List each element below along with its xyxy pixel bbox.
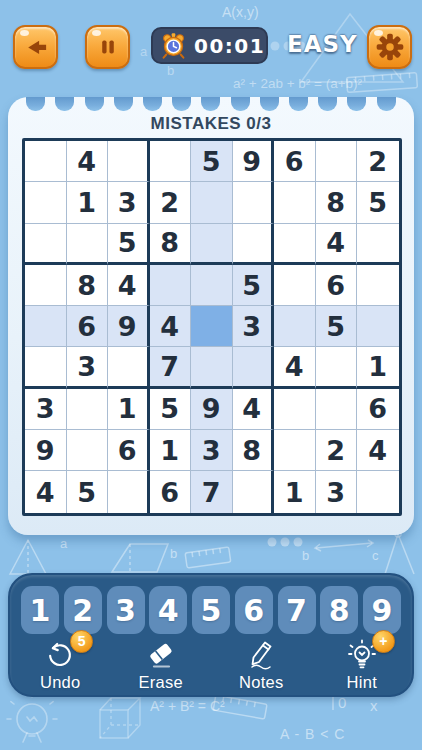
cell-r2c2[interactable]: 1	[67, 182, 109, 223]
undo-count-badge: 5	[70, 630, 93, 653]
cell-r3c2[interactable]	[67, 224, 109, 265]
notch	[55, 97, 74, 111]
cell-r5c5[interactable]	[191, 306, 233, 347]
cell-r8c1[interactable]: 9	[25, 430, 67, 471]
cell-r1c6[interactable]: 9	[233, 141, 275, 182]
cell-r2c5[interactable]	[191, 182, 233, 223]
cell-r7c2[interactable]	[67, 389, 109, 430]
bottom-panel: 123456789 5 Undo	[8, 573, 414, 697]
notch	[143, 97, 162, 111]
cell-r6c1[interactable]	[25, 347, 67, 388]
eraser-icon	[145, 639, 177, 671]
cell-r7c3[interactable]: 1	[108, 389, 150, 430]
sudoku-app: A(x,y) a b a² + 2ab + b² = (a+b)²	[0, 0, 422, 750]
cell-r1c8[interactable]	[316, 141, 358, 182]
notch	[289, 97, 308, 111]
cell-r4c7[interactable]	[274, 265, 316, 306]
cell-r4c4[interactable]	[150, 265, 192, 306]
cell-r5c1[interactable]	[25, 306, 67, 347]
doodle-letter-a-left: a	[140, 44, 147, 59]
cell-r9c9[interactable]	[357, 471, 399, 512]
doodle-letter-b-bottom: b	[302, 548, 309, 563]
cell-r6c2[interactable]: 3	[67, 347, 109, 388]
cell-r4c8[interactable]: 6	[316, 265, 358, 306]
pause-button[interactable]	[85, 25, 130, 69]
notch	[231, 97, 250, 111]
doodle-letter-b-mid: b	[170, 546, 177, 561]
numpad-button-1[interactable]: 1	[21, 586, 59, 634]
numpad-button-6[interactable]: 6	[235, 586, 273, 634]
cell-r5c2[interactable]: 6	[67, 306, 109, 347]
cell-r3c1[interactable]	[25, 224, 67, 265]
notes-label: Notes	[239, 673, 284, 692]
cell-r9c2[interactable]: 5	[67, 471, 109, 512]
back-arrow-icon	[22, 33, 50, 61]
cell-r3c6[interactable]	[233, 224, 275, 265]
cell-r6c9[interactable]: 1	[357, 347, 399, 388]
cell-r9c5[interactable]: 7	[191, 471, 233, 512]
cell-r2c9[interactable]: 5	[357, 182, 399, 223]
timer-pill: 00:01	[151, 27, 268, 64]
cell-r3c4[interactable]: 8	[150, 224, 192, 265]
cell-r5c4[interactable]: 4	[150, 306, 192, 347]
numpad-button-8[interactable]: 8	[320, 586, 358, 634]
cube-doodle	[96, 694, 146, 748]
doodle-letter-c-bottom: c	[372, 548, 379, 563]
cell-r8c9[interactable]: 4	[357, 430, 399, 471]
doodle-letter-b-top: b	[167, 63, 174, 78]
erase-label: Erase	[138, 673, 183, 692]
notes-button[interactable]: Notes	[211, 638, 312, 692]
cell-r2c8[interactable]: 8	[316, 182, 358, 223]
cell-r5c9[interactable]	[357, 306, 399, 347]
numpad-button-5[interactable]: 5	[192, 586, 230, 634]
cell-r4c6[interactable]: 5	[233, 265, 275, 306]
cell-r4c1[interactable]	[25, 265, 67, 306]
cell-r6c7[interactable]: 4	[274, 347, 316, 388]
cell-r2c6[interactable]	[233, 182, 275, 223]
cell-r7c4[interactable]: 5	[150, 389, 192, 430]
difficulty-label: EASY	[287, 31, 358, 57]
lightbulb-doodle	[2, 692, 64, 750]
notch	[347, 97, 366, 111]
cell-r7c1[interactable]: 3	[25, 389, 67, 430]
numpad-button-3[interactable]: 3	[107, 586, 145, 634]
cell-r5c3[interactable]: 9	[108, 306, 150, 347]
numpad-button-7[interactable]: 7	[278, 586, 316, 634]
cell-r6c4[interactable]: 7	[150, 347, 192, 388]
cell-r4c2[interactable]: 8	[67, 265, 109, 306]
pause-icon	[95, 34, 121, 60]
cell-r2c1[interactable]	[25, 182, 67, 223]
cell-r6c8[interactable]	[316, 347, 358, 388]
doodle-x: x	[370, 697, 378, 714]
back-button[interactable]	[13, 25, 58, 69]
pencil-icon	[245, 639, 277, 671]
cell-r6c5[interactable]	[191, 347, 233, 388]
cell-r7c8[interactable]	[316, 389, 358, 430]
notch	[172, 97, 191, 111]
notch	[377, 97, 396, 111]
timer-value: 00:01	[194, 34, 265, 58]
cell-r7c6[interactable]: 4	[233, 389, 275, 430]
cell-r1c4[interactable]	[150, 141, 192, 182]
doodle-letter-a-bottom: a	[60, 536, 67, 551]
cell-r2c3[interactable]: 3	[108, 182, 150, 223]
erase-button[interactable]: Erase	[111, 638, 212, 692]
board-card: MISTAKES 0/3 459621328558484566943537413…	[8, 97, 414, 535]
cell-r5c6[interactable]: 3	[233, 306, 275, 347]
doodle-point-label: A(x,y)	[222, 4, 259, 20]
cell-r7c5[interactable]: 9	[191, 389, 233, 430]
cell-r8c7[interactable]	[274, 430, 316, 471]
cell-r5c8[interactable]: 5	[316, 306, 358, 347]
notch	[114, 97, 133, 111]
cell-r7c9[interactable]: 6	[357, 389, 399, 430]
numpad-button-4[interactable]: 4	[149, 586, 187, 634]
undo-button[interactable]: 5 Undo	[10, 638, 111, 692]
toolbar: 5 Undo Erase	[10, 638, 412, 692]
cell-r5c7[interactable]	[274, 306, 316, 347]
notch	[318, 97, 337, 111]
cell-r9c4[interactable]: 6	[150, 471, 192, 512]
alarm-clock-icon	[160, 32, 187, 59]
hint-add-badge: +	[372, 630, 395, 653]
cell-r9c6[interactable]	[233, 471, 275, 512]
doodle-binomial-formula: a² + 2ab + b² = (a+b)²	[233, 76, 362, 91]
cell-r8c5[interactable]: 3	[191, 430, 233, 471]
bottom-band-doodles	[0, 528, 422, 578]
cell-r2c7[interactable]	[274, 182, 316, 223]
cell-r8c4[interactable]: 1	[150, 430, 192, 471]
doodle-inequality: A - B < C	[280, 726, 345, 742]
notch	[26, 97, 45, 111]
hint-button[interactable]: + Hint	[312, 638, 413, 692]
cell-r1c2[interactable]: 4	[67, 141, 109, 182]
cell-r8c3[interactable]: 6	[108, 430, 150, 471]
cell-r8c8[interactable]: 2	[316, 430, 358, 471]
cell-r1c9[interactable]: 2	[357, 141, 399, 182]
cell-r7c7[interactable]	[274, 389, 316, 430]
cell-r2c4[interactable]: 2	[150, 182, 192, 223]
cell-r9c7[interactable]: 1	[274, 471, 316, 512]
cell-r3c8[interactable]: 4	[316, 224, 358, 265]
gear-icon	[375, 32, 405, 62]
cell-r8c6[interactable]: 8	[233, 430, 275, 471]
settings-button[interactable]	[367, 25, 412, 69]
mistakes-counter: MISTAKES 0/3	[8, 114, 414, 134]
doodle-pythagoras: A² + B² = C²	[150, 698, 225, 714]
cell-r6c3[interactable]	[108, 347, 150, 388]
cell-r8c2[interactable]	[67, 430, 109, 471]
cell-r1c5[interactable]: 5	[191, 141, 233, 182]
cell-r1c3[interactable]	[108, 141, 150, 182]
cell-r3c7[interactable]	[274, 224, 316, 265]
numpad-button-9[interactable]: 9	[363, 586, 401, 634]
cell-r4c3[interactable]: 4	[108, 265, 150, 306]
hint-label: Hint	[346, 673, 377, 692]
cell-r9c8[interactable]: 3	[316, 471, 358, 512]
cell-r1c7[interactable]: 6	[274, 141, 316, 182]
cell-r3c5[interactable]	[191, 224, 233, 265]
ruler-doodle-top	[344, 70, 422, 96]
notch	[260, 97, 279, 111]
cell-r9c1[interactable]: 4	[25, 471, 67, 512]
cell-r9c3[interactable]	[108, 471, 150, 512]
notch-row	[16, 97, 406, 111]
cell-r3c9[interactable]	[357, 224, 399, 265]
number-pad: 123456789	[21, 586, 401, 634]
undo-label: Undo	[40, 673, 81, 692]
notch	[201, 97, 220, 111]
sudoku-board: 4596213285584845669435374131594696138244…	[22, 138, 402, 516]
cell-r1c1[interactable]	[25, 141, 67, 182]
notch	[85, 97, 104, 111]
cell-r4c5[interactable]	[191, 265, 233, 306]
cell-r4c9[interactable]	[357, 265, 399, 306]
cell-r3c3[interactable]: 5	[108, 224, 150, 265]
numpad-button-2[interactable]: 2	[64, 586, 102, 634]
cell-r6c6[interactable]	[233, 347, 275, 388]
